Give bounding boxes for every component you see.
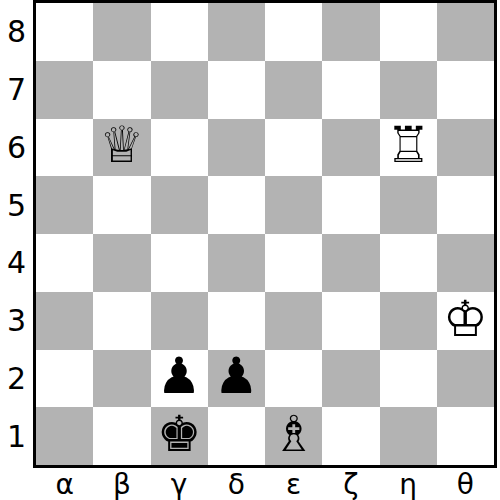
square-g2[interactable]	[380, 350, 437, 408]
rank-label-5: 5	[0, 176, 33, 234]
square-g8[interactable]	[380, 3, 437, 61]
square-b7[interactable]	[93, 61, 150, 119]
black-pawn: ♟	[157, 351, 202, 401]
chess-board: ♕♖♔♟♟♚♗	[33, 0, 497, 468]
square-g5[interactable]	[380, 176, 437, 234]
file-label-theta: θ	[437, 468, 494, 500]
square-d3[interactable]	[208, 292, 265, 350]
rank-label-7: 7	[0, 61, 33, 119]
square-b8[interactable]	[93, 3, 150, 61]
square-e7[interactable]	[265, 61, 322, 119]
square-e4[interactable]	[265, 234, 322, 292]
file-label-alpha: α	[36, 468, 93, 500]
square-g4[interactable]	[380, 234, 437, 292]
square-a3[interactable]	[36, 292, 93, 350]
square-d1[interactable]	[208, 407, 265, 465]
square-d5[interactable]	[208, 176, 265, 234]
black-pawn: ♟	[214, 351, 259, 401]
square-d2[interactable]: ♟	[208, 350, 265, 408]
square-c1[interactable]: ♚	[151, 407, 208, 465]
square-c3[interactable]	[151, 292, 208, 350]
square-a6[interactable]	[36, 119, 93, 177]
square-h4[interactable]	[437, 234, 494, 292]
file-label-beta: β	[93, 468, 150, 500]
file-label-zeta: ζ	[322, 468, 379, 500]
square-h3[interactable]: ♔	[437, 292, 494, 350]
rank-label-8: 8	[0, 3, 33, 61]
square-d7[interactable]	[208, 61, 265, 119]
square-f3[interactable]	[322, 292, 379, 350]
square-g1[interactable]	[380, 407, 437, 465]
square-h1[interactable]	[437, 407, 494, 465]
square-b5[interactable]	[93, 176, 150, 234]
square-c7[interactable]	[151, 61, 208, 119]
square-a7[interactable]	[36, 61, 93, 119]
square-c8[interactable]	[151, 3, 208, 61]
square-e6[interactable]	[265, 119, 322, 177]
square-f4[interactable]	[322, 234, 379, 292]
square-a2[interactable]	[36, 350, 93, 408]
square-h8[interactable]	[437, 3, 494, 61]
square-g6[interactable]: ♖	[380, 119, 437, 177]
square-b3[interactable]	[93, 292, 150, 350]
square-h7[interactable]	[437, 61, 494, 119]
square-g7[interactable]	[380, 61, 437, 119]
square-f5[interactable]	[322, 176, 379, 234]
square-d8[interactable]	[208, 3, 265, 61]
rank-label-4: 4	[0, 234, 33, 292]
square-b6[interactable]: ♕	[93, 119, 150, 177]
square-h6[interactable]	[437, 119, 494, 177]
square-d6[interactable]	[208, 119, 265, 177]
square-f8[interactable]	[322, 3, 379, 61]
white-king: ♔	[443, 294, 488, 344]
white-rook: ♖	[386, 120, 431, 170]
file-labels: α β γ δ ε ζ η θ	[33, 468, 497, 500]
square-c5[interactable]	[151, 176, 208, 234]
square-e1[interactable]: ♗	[265, 407, 322, 465]
square-c2[interactable]: ♟	[151, 350, 208, 408]
square-b4[interactable]	[93, 234, 150, 292]
square-e5[interactable]	[265, 176, 322, 234]
square-b2[interactable]	[93, 350, 150, 408]
rank-label-6: 6	[0, 119, 33, 177]
square-e8[interactable]	[265, 3, 322, 61]
square-e3[interactable]	[265, 292, 322, 350]
square-b1[interactable]	[93, 407, 150, 465]
square-a4[interactable]	[36, 234, 93, 292]
white-queen: ♕	[99, 120, 144, 170]
rank-labels: 8 7 6 5 4 3 2 1	[0, 0, 33, 468]
square-a8[interactable]	[36, 3, 93, 61]
square-d4[interactable]	[208, 234, 265, 292]
black-king: ♚	[157, 409, 202, 459]
square-f6[interactable]	[322, 119, 379, 177]
square-e2[interactable]	[265, 350, 322, 408]
file-label-epsilon: ε	[265, 468, 322, 500]
square-c6[interactable]	[151, 119, 208, 177]
square-a1[interactable]	[36, 407, 93, 465]
rank-label-2: 2	[0, 350, 33, 408]
white-bishop: ♗	[271, 409, 316, 459]
square-h5[interactable]	[437, 176, 494, 234]
rank-label-1: 1	[0, 407, 33, 465]
file-label-gamma: γ	[151, 468, 208, 500]
square-h2[interactable]	[437, 350, 494, 408]
square-g3[interactable]	[380, 292, 437, 350]
rank-label-3: 3	[0, 292, 33, 350]
square-c4[interactable]	[151, 234, 208, 292]
square-f1[interactable]	[322, 407, 379, 465]
square-f2[interactable]	[322, 350, 379, 408]
square-f7[interactable]	[322, 61, 379, 119]
square-a5[interactable]	[36, 176, 93, 234]
file-label-delta: δ	[208, 468, 265, 500]
file-label-eta: η	[380, 468, 437, 500]
chess-diagram: 8 7 6 5 4 3 2 1 ♕♖♔♟♟♚♗ α β γ δ ε ζ η θ	[0, 0, 500, 500]
